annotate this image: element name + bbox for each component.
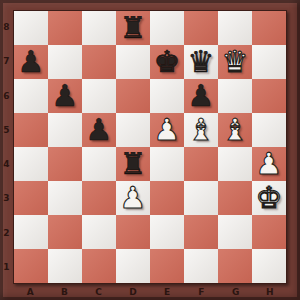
square-a3[interactable] xyxy=(14,181,48,215)
file-label-c: C xyxy=(82,284,116,300)
square-a1[interactable] xyxy=(14,249,48,283)
square-d7[interactable] xyxy=(116,45,150,79)
file-label-h: H xyxy=(253,284,287,300)
square-e3[interactable] xyxy=(150,181,184,215)
rank-label-2: 2 xyxy=(0,216,13,250)
square-c1[interactable] xyxy=(82,249,116,283)
file-label-f: F xyxy=(184,284,218,300)
square-g1[interactable] xyxy=(218,249,252,283)
square-d8[interactable]: ♜ xyxy=(116,11,150,45)
square-b3[interactable] xyxy=(48,181,82,215)
square-b6[interactable]: ♟ xyxy=(48,79,82,113)
file-label-g: G xyxy=(219,284,253,300)
square-d6[interactable] xyxy=(116,79,150,113)
square-b8[interactable] xyxy=(48,11,82,45)
chess-board-frame: 87654321 ♜♟♚♛♛♟♟♟♟♝♝♜♟♟♚ ABCDEFGH xyxy=(0,0,300,300)
file-label-a: A xyxy=(13,284,47,300)
rank-label-6: 6 xyxy=(0,79,13,113)
square-c7[interactable] xyxy=(82,45,116,79)
square-e1[interactable] xyxy=(150,249,184,283)
square-h7[interactable] xyxy=(252,45,286,79)
square-h3[interactable]: ♚ xyxy=(252,181,286,215)
square-g4[interactable] xyxy=(218,147,252,181)
square-f1[interactable] xyxy=(184,249,218,283)
white-bishop-f5[interactable]: ♝ xyxy=(188,113,215,147)
black-pawn-b6[interactable]: ♟ xyxy=(52,79,79,113)
white-queen-g7[interactable]: ♛ xyxy=(222,45,249,79)
rank-label-7: 7 xyxy=(0,44,13,78)
square-a7[interactable]: ♟ xyxy=(14,45,48,79)
white-pawn-e5[interactable]: ♟ xyxy=(154,113,181,147)
square-f4[interactable] xyxy=(184,147,218,181)
square-f6[interactable]: ♟ xyxy=(184,79,218,113)
square-h6[interactable] xyxy=(252,79,286,113)
white-king-h3[interactable]: ♚ xyxy=(256,181,283,215)
rank-label-4: 4 xyxy=(0,147,13,181)
square-g3[interactable] xyxy=(218,181,252,215)
square-f3[interactable] xyxy=(184,181,218,215)
square-b5[interactable] xyxy=(48,113,82,147)
black-rook-d8[interactable]: ♜ xyxy=(120,11,147,45)
square-f2[interactable] xyxy=(184,215,218,249)
square-g6[interactable] xyxy=(218,79,252,113)
square-c4[interactable] xyxy=(82,147,116,181)
square-a5[interactable] xyxy=(14,113,48,147)
square-h4[interactable]: ♟ xyxy=(252,147,286,181)
black-pawn-a7[interactable]: ♟ xyxy=(18,45,45,79)
rank-label-1: 1 xyxy=(0,250,13,284)
white-pawn-h4[interactable]: ♟ xyxy=(256,147,283,181)
square-g2[interactable] xyxy=(218,215,252,249)
square-e5[interactable]: ♟ xyxy=(150,113,184,147)
square-d2[interactable] xyxy=(116,215,150,249)
square-h8[interactable] xyxy=(252,11,286,45)
square-b1[interactable] xyxy=(48,249,82,283)
file-label-e: E xyxy=(150,284,184,300)
square-g8[interactable] xyxy=(218,11,252,45)
square-h1[interactable] xyxy=(252,249,286,283)
square-d4[interactable]: ♜ xyxy=(116,147,150,181)
black-king-e7[interactable]: ♚ xyxy=(154,45,181,79)
white-pawn-d3[interactable]: ♟ xyxy=(120,181,147,215)
file-label-b: B xyxy=(47,284,81,300)
square-e2[interactable] xyxy=(150,215,184,249)
square-c2[interactable] xyxy=(82,215,116,249)
square-c6[interactable] xyxy=(82,79,116,113)
rank-label-3: 3 xyxy=(0,181,13,215)
black-pawn-c5[interactable]: ♟ xyxy=(86,113,113,147)
square-f7[interactable]: ♛ xyxy=(184,45,218,79)
square-c8[interactable] xyxy=(82,11,116,45)
square-d5[interactable] xyxy=(116,113,150,147)
black-pawn-f6[interactable]: ♟ xyxy=(188,79,215,113)
rank-label-5: 5 xyxy=(0,113,13,147)
black-rook-d4[interactable]: ♜ xyxy=(120,147,147,181)
square-h2[interactable] xyxy=(252,215,286,249)
square-f8[interactable] xyxy=(184,11,218,45)
square-d3[interactable]: ♟ xyxy=(116,181,150,215)
square-e8[interactable] xyxy=(150,11,184,45)
board[interactable]: ♜♟♚♛♛♟♟♟♟♝♝♜♟♟♚ xyxy=(13,10,287,284)
square-g5[interactable]: ♝ xyxy=(218,113,252,147)
square-c5[interactable]: ♟ xyxy=(82,113,116,147)
square-b2[interactable] xyxy=(48,215,82,249)
square-b4[interactable] xyxy=(48,147,82,181)
file-labels: ABCDEFGH xyxy=(13,284,287,300)
rank-label-8: 8 xyxy=(0,10,13,44)
file-label-d: D xyxy=(116,284,150,300)
black-queen-f7[interactable]: ♛ xyxy=(188,45,215,79)
square-f5[interactable]: ♝ xyxy=(184,113,218,147)
square-h5[interactable] xyxy=(252,113,286,147)
rank-labels: 87654321 xyxy=(0,10,13,284)
square-b7[interactable] xyxy=(48,45,82,79)
square-c3[interactable] xyxy=(82,181,116,215)
square-e4[interactable] xyxy=(150,147,184,181)
square-a8[interactable] xyxy=(14,11,48,45)
square-a2[interactable] xyxy=(14,215,48,249)
square-g7[interactable]: ♛ xyxy=(218,45,252,79)
square-e6[interactable] xyxy=(150,79,184,113)
square-d1[interactable] xyxy=(116,249,150,283)
square-a6[interactable] xyxy=(14,79,48,113)
white-bishop-g5[interactable]: ♝ xyxy=(222,113,249,147)
square-e7[interactable]: ♚ xyxy=(150,45,184,79)
square-a4[interactable] xyxy=(14,147,48,181)
